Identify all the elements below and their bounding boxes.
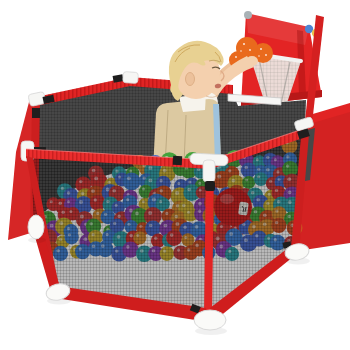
connector-body: [123, 72, 139, 84]
connector-clip-left: [173, 156, 182, 165]
corner-connector-rear-mid: [113, 72, 139, 84]
toddler-ear: [186, 73, 195, 86]
connector-clip-bottom: [205, 181, 215, 191]
toddler-hand-right: [246, 56, 258, 66]
suction-foot-front: [194, 310, 226, 330]
product-photo: [0, 0, 350, 350]
post-clip: [32, 108, 40, 118]
playpen-scene: [0, 0, 350, 350]
connector-body: [203, 160, 215, 182]
held-ball: [236, 37, 258, 59]
suction-foot-left: [28, 215, 44, 239]
backboard-corner-cap-gray: [244, 11, 252, 19]
